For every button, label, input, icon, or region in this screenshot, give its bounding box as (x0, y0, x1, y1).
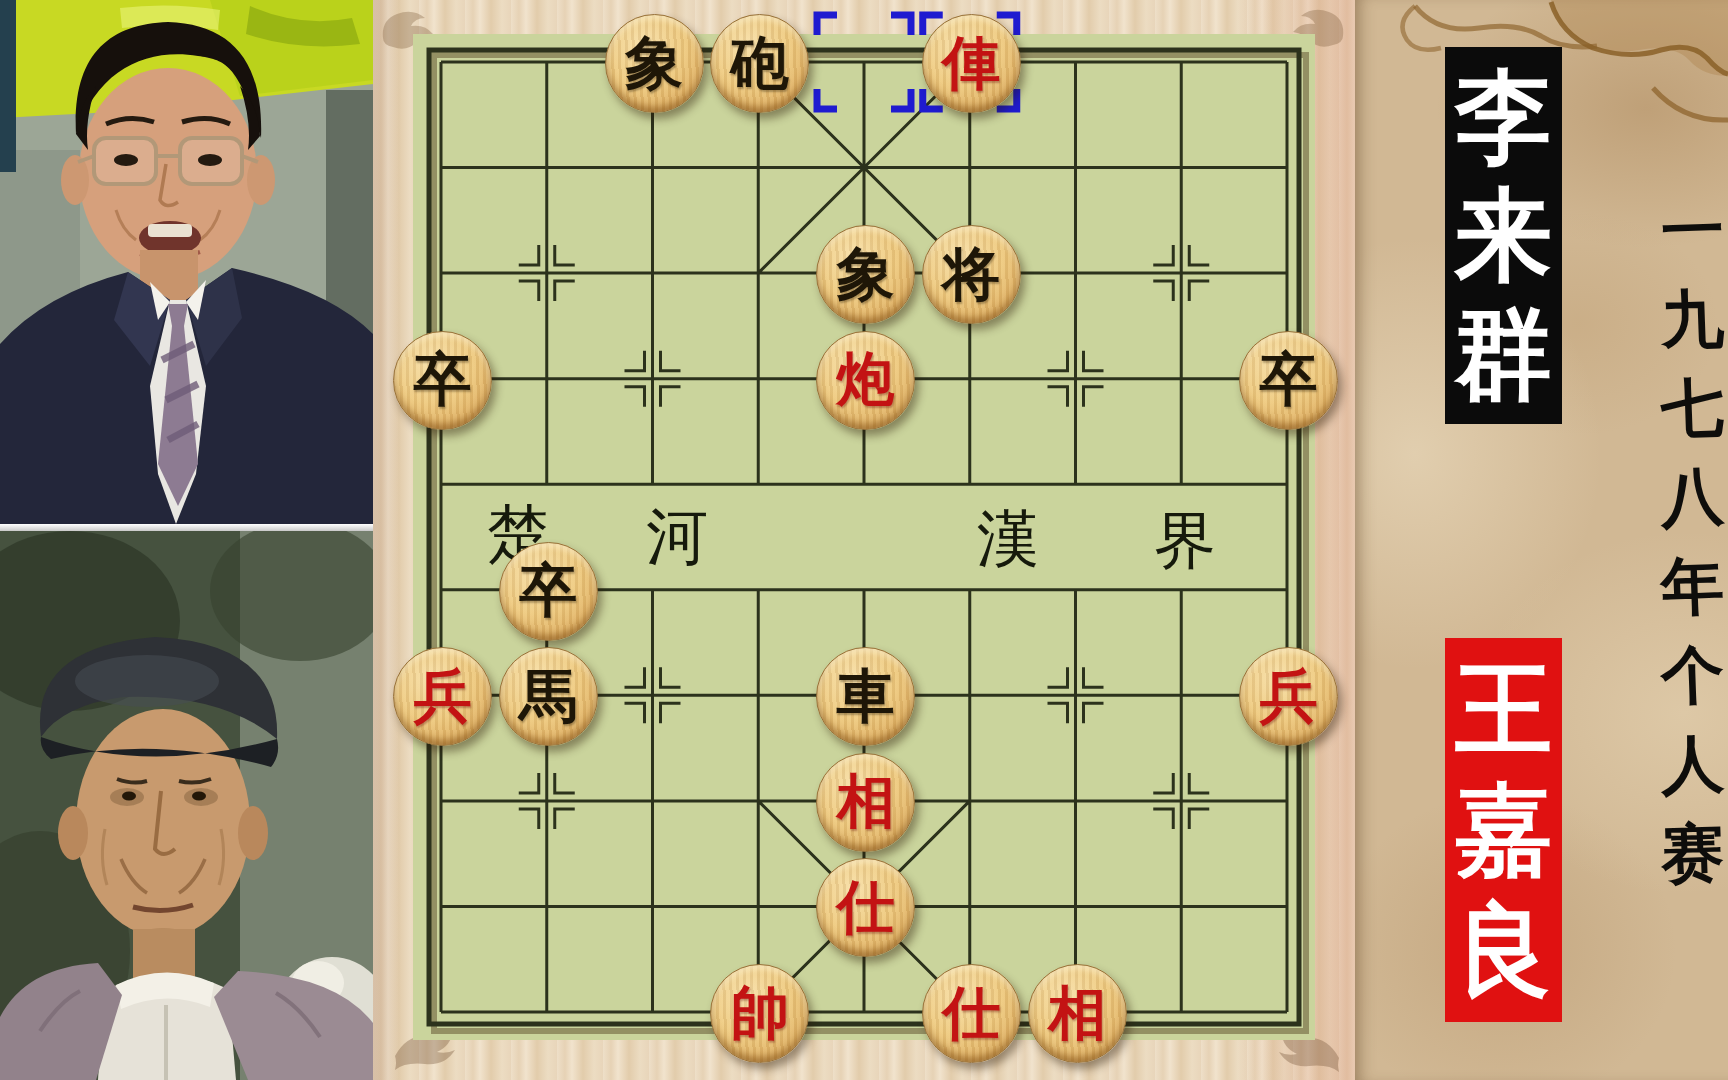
event-char: 七 (1659, 363, 1725, 454)
piece-char: 仕 (942, 985, 1000, 1043)
suit (0, 268, 373, 524)
piece-char: 帥 (731, 985, 789, 1043)
piece-char: 俥 (942, 35, 1000, 93)
event-char: 年 (1659, 541, 1725, 632)
player-name-plate-top: 李 来 群 (1445, 47, 1562, 424)
piece-red-相[interactable]: 相 (1028, 964, 1127, 1063)
piece-black-卒[interactable]: 卒 (393, 331, 492, 430)
piece-char: 兵 (414, 668, 472, 726)
piece-char: 相 (837, 773, 895, 831)
piece-red-仕[interactable]: 仕 (922, 964, 1021, 1063)
piece-char: 象 (625, 35, 683, 93)
piece-char: 卒 (414, 351, 472, 409)
piece-black-将[interactable]: 将 (922, 225, 1021, 324)
piece-black-卒[interactable]: 卒 (1239, 331, 1338, 430)
piece-black-馬[interactable]: 馬 (499, 647, 598, 746)
piece-char: 相 (1048, 985, 1106, 1043)
piece-red-帥[interactable]: 帥 (710, 964, 809, 1063)
piece-char: 将 (942, 246, 1000, 304)
photo-top-illustration (0, 0, 373, 524)
piece-red-炮[interactable]: 炮 (816, 331, 915, 430)
event-char: 九 (1659, 274, 1725, 365)
photo-bottom-illustration (0, 531, 373, 1080)
player-name-char: 嘉 (1455, 780, 1552, 881)
player-name-char: 良 (1455, 900, 1552, 1001)
piece-char: 仕 (837, 879, 895, 937)
board-panel: 楚 河 漢 界 象砲俥象将卒炮卒卒兵馬車兵相仕帥仕相 (373, 0, 1355, 1080)
event-char: 八 (1659, 452, 1725, 543)
piece-black-象[interactable]: 象 (816, 225, 915, 324)
event-char: 赛 (1659, 808, 1725, 899)
piece-layer: 象砲俥象将卒炮卒卒兵馬車兵相仕帥仕相 (373, 0, 1355, 1080)
screenshot-root: 楚 河 漢 界 象砲俥象将卒炮卒卒兵馬車兵相仕帥仕相 李 来 群 王 嘉 良 (0, 0, 1728, 1080)
piece-black-卒[interactable]: 卒 (499, 542, 598, 641)
player-name-char: 王 (1455, 659, 1552, 760)
event-char: 人 (1659, 719, 1725, 810)
piece-red-仕[interactable]: 仕 (816, 858, 915, 957)
piece-red-相[interactable]: 相 (816, 753, 915, 852)
piece-black-車[interactable]: 車 (816, 647, 915, 746)
photo-player-bottom (0, 531, 373, 1080)
piece-red-兵[interactable]: 兵 (1239, 647, 1338, 746)
piece-char: 象 (837, 246, 895, 304)
event-char: 一 (1659, 185, 1725, 276)
piece-char: 兵 (1260, 668, 1318, 726)
piece-red-兵[interactable]: 兵 (393, 647, 492, 746)
photo-divider (0, 524, 373, 531)
event-char: 个 (1659, 630, 1725, 721)
player-name-plate-bottom: 王 嘉 良 (1445, 638, 1562, 1022)
player-name-char: 来 (1455, 185, 1552, 286)
photo-player-top (0, 0, 373, 524)
event-title-vertical: 一 九 七 八 年 个 人 赛 (1651, 186, 1728, 898)
piece-char: 卒 (1260, 351, 1318, 409)
piece-char: 卒 (519, 562, 577, 620)
player-name-char: 群 (1455, 304, 1552, 405)
piece-char: 炮 (837, 351, 895, 409)
piece-red-俥[interactable]: 俥 (922, 14, 1021, 113)
right-panel: 李 来 群 王 嘉 良 一 九 七 八 年 个 人 赛 (1355, 0, 1728, 1080)
piece-char: 馬 (519, 668, 577, 726)
player-name-char: 李 (1455, 67, 1552, 168)
piece-char: 砲 (731, 35, 789, 93)
piece-char: 車 (837, 668, 895, 726)
player-photos-column (0, 0, 373, 1080)
piece-black-砲[interactable]: 砲 (710, 14, 809, 113)
piece-black-象[interactable]: 象 (605, 14, 704, 113)
